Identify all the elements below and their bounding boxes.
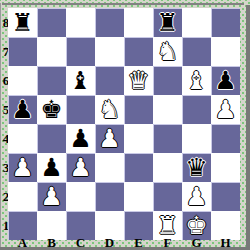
square-h3[interactable] xyxy=(211,153,240,182)
square-e4[interactable] xyxy=(124,124,153,153)
square-b8[interactable] xyxy=(37,8,66,37)
piece-white-pawn[interactable]: ♟ xyxy=(214,95,236,124)
square-b7[interactable] xyxy=(37,37,66,66)
square-c6[interactable]: ♝ xyxy=(66,66,95,95)
square-f4[interactable] xyxy=(153,124,182,153)
piece-black-queen[interactable]: ♛ xyxy=(185,153,207,182)
file-label-g: G xyxy=(182,236,211,249)
square-b3[interactable]: ♟ xyxy=(37,153,66,182)
square-b2[interactable]: ♟ xyxy=(37,182,66,211)
square-g5[interactable] xyxy=(182,95,211,124)
square-d6[interactable] xyxy=(95,66,124,95)
square-a4[interactable] xyxy=(8,124,37,153)
square-a3[interactable]: ♟ xyxy=(8,153,37,182)
square-c8[interactable] xyxy=(66,8,95,37)
xboard-window: 8 7 6 5 4 3 2 1 ♜♜♞♝♛♝♟♟♚♞♟♟♟♟♟♟♛♟♟♜♚ A … xyxy=(0,0,250,250)
piece-white-pawn[interactable]: ♟ xyxy=(11,153,33,182)
file-labels: A B C D E F G H xyxy=(8,236,240,249)
file-label-f: F xyxy=(153,236,182,249)
file-label-a: A xyxy=(8,236,37,249)
square-c4[interactable]: ♟ xyxy=(66,124,95,153)
square-e2[interactable] xyxy=(124,182,153,211)
square-g8[interactable] xyxy=(182,8,211,37)
piece-black-pawn[interactable]: ♟ xyxy=(11,95,33,124)
square-a7[interactable] xyxy=(8,37,37,66)
square-g6[interactable]: ♝ xyxy=(182,66,211,95)
file-label-h: H xyxy=(211,236,240,249)
file-label-d: D xyxy=(95,236,124,249)
piece-white-queen[interactable]: ♛ xyxy=(127,66,149,95)
square-b4[interactable] xyxy=(37,124,66,153)
square-d5[interactable]: ♞ xyxy=(95,95,124,124)
square-e3[interactable] xyxy=(124,153,153,182)
piece-white-pawn[interactable]: ♟ xyxy=(98,124,120,153)
square-b5[interactable]: ♚ xyxy=(37,95,66,124)
chess-board: ♜♜♞♝♛♝♟♟♚♞♟♟♟♟♟♟♛♟♟♜♚ xyxy=(8,8,240,240)
file-label-e: E xyxy=(124,236,153,249)
square-d8[interactable] xyxy=(95,8,124,37)
square-h2[interactable] xyxy=(211,182,240,211)
window-bevel-right xyxy=(246,5,250,250)
square-e7[interactable] xyxy=(124,37,153,66)
square-h6[interactable]: ♟ xyxy=(211,66,240,95)
file-label-b: B xyxy=(37,236,66,249)
file-label-c: C xyxy=(66,236,95,249)
square-f7[interactable]: ♞ xyxy=(153,37,182,66)
square-d4[interactable]: ♟ xyxy=(95,124,124,153)
window-bevel-top xyxy=(2,3,244,5)
piece-black-bishop[interactable]: ♝ xyxy=(69,66,91,95)
piece-black-pawn[interactable]: ♟ xyxy=(69,124,91,153)
square-c5[interactable] xyxy=(66,95,95,124)
square-f5[interactable] xyxy=(153,95,182,124)
piece-black-pawn[interactable]: ♟ xyxy=(214,66,236,95)
square-d7[interactable] xyxy=(95,37,124,66)
square-f6[interactable] xyxy=(153,66,182,95)
square-c3[interactable]: ♟ xyxy=(66,153,95,182)
square-g2[interactable]: ♟ xyxy=(182,182,211,211)
square-g7[interactable] xyxy=(182,37,211,66)
square-h5[interactable]: ♟ xyxy=(211,95,240,124)
square-d2[interactable] xyxy=(95,182,124,211)
square-h4[interactable] xyxy=(211,124,240,153)
square-c2[interactable] xyxy=(66,182,95,211)
square-e6[interactable]: ♛ xyxy=(124,66,153,95)
square-h8[interactable] xyxy=(211,8,240,37)
piece-black-rook[interactable]: ♜ xyxy=(11,8,33,37)
square-a8[interactable]: ♜ xyxy=(8,8,37,37)
piece-white-pawn[interactable]: ♟ xyxy=(40,182,62,211)
square-e5[interactable] xyxy=(124,95,153,124)
square-h7[interactable] xyxy=(211,37,240,66)
square-f3[interactable] xyxy=(153,153,182,182)
square-b6[interactable] xyxy=(37,66,66,95)
piece-white-pawn[interactable]: ♟ xyxy=(69,153,91,182)
square-d3[interactable] xyxy=(95,153,124,182)
piece-white-knight[interactable]: ♞ xyxy=(98,95,120,124)
square-e8[interactable] xyxy=(124,8,153,37)
piece-black-rook[interactable]: ♜ xyxy=(156,8,178,37)
square-a6[interactable] xyxy=(8,66,37,95)
square-g4[interactable] xyxy=(182,124,211,153)
square-a5[interactable]: ♟ xyxy=(8,95,37,124)
piece-black-pawn[interactable]: ♟ xyxy=(40,153,62,182)
square-g3[interactable]: ♛ xyxy=(182,153,211,182)
piece-white-pawn[interactable]: ♟ xyxy=(185,182,207,211)
square-c7[interactable] xyxy=(66,37,95,66)
square-f2[interactable] xyxy=(153,182,182,211)
square-a2[interactable] xyxy=(8,182,37,211)
square-f8[interactable]: ♜ xyxy=(153,8,182,37)
piece-white-knight[interactable]: ♞ xyxy=(156,37,178,66)
piece-white-bishop[interactable]: ♝ xyxy=(185,66,207,95)
piece-black-king[interactable]: ♚ xyxy=(40,95,62,124)
